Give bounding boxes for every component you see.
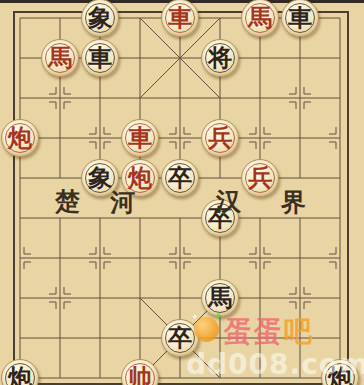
piece-black-soldier[interactable]: 卒 — [161, 319, 199, 357]
river-text-jie: 界 — [281, 186, 306, 219]
piece-glyph: 炮 — [8, 366, 32, 385]
piece-black-chariot[interactable]: 車 — [281, 0, 319, 37]
piece-red-soldier[interactable]: 兵 — [241, 159, 279, 197]
river-text-chu: 楚 — [55, 185, 80, 218]
piece-glyph: 車 — [88, 46, 112, 70]
xiangqi-game-screen: 象車馬車馬車将炮車兵象炮卒兵卒馬卒炮帅炮 楚 河 汉 界 ✦ ✚ 蛋蛋吧 dd0… — [0, 0, 364, 385]
piece-red-horse[interactable]: 馬 — [41, 39, 79, 77]
piece-glyph: 車 — [168, 6, 192, 30]
piece-glyph: 馬 — [248, 6, 272, 30]
piece-red-soldier[interactable]: 兵 — [201, 119, 239, 157]
piece-glyph: 兵 — [248, 166, 272, 190]
piece-black-chariot[interactable]: 車 — [81, 39, 119, 77]
river-text-he: 河 — [110, 186, 135, 219]
piece-glyph: 象 — [88, 6, 112, 30]
piece-glyph: 馬 — [48, 46, 72, 70]
piece-black-elephant[interactable]: 象 — [81, 0, 119, 37]
piece-glyph: 象 — [88, 166, 112, 190]
piece-glyph: 炮 — [8, 126, 32, 150]
piece-glyph: 車 — [128, 126, 152, 150]
piece-black-horse[interactable]: 馬 — [201, 279, 239, 317]
piece-glyph: 帅 — [128, 366, 152, 385]
piece-glyph: 車 — [288, 6, 312, 30]
piece-glyph: 兵 — [208, 126, 232, 150]
piece-red-chariot[interactable]: 車 — [121, 119, 159, 157]
piece-red-horse[interactable]: 馬 — [241, 0, 279, 37]
piece-black-soldier[interactable]: 卒 — [161, 159, 199, 197]
piece-glyph: 卒 — [168, 166, 192, 190]
piece-red-cannon[interactable]: 炮 — [1, 119, 39, 157]
piece-glyph: 将 — [208, 46, 232, 70]
piece-glyph: 炮 — [328, 366, 352, 385]
river-text-han: 汉 — [216, 185, 241, 218]
piece-black-general[interactable]: 将 — [201, 39, 239, 77]
piece-glyph: 馬 — [208, 286, 232, 310]
piece-glyph: 卒 — [168, 326, 192, 350]
piece-red-chariot[interactable]: 車 — [161, 0, 199, 37]
